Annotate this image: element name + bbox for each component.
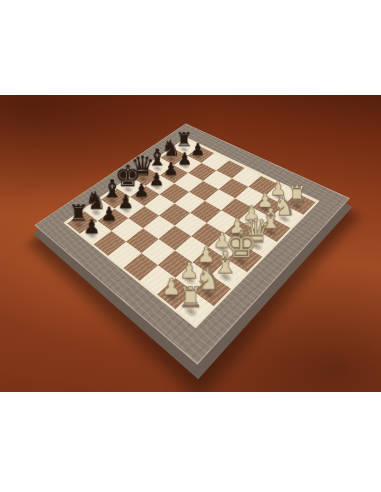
piece-shadow [71,219,87,231]
piece-shadow [181,303,201,321]
chess-board: ♜♟♟♜♞♟♟♞♝♟♟♝♛♟♟♛♚♟♟♚♝♟♟♝♞♟♟♞♜♟♟♜ [34,124,349,365]
square-g8: ♞ [85,200,115,221]
table-surface: ♜♟♟♜♞♟♟♞♝♟♟♝♛♟♟♛♚♟♟♚♝♟♟♝♞♟♟♞♜♟♟♜ [0,95,381,392]
square-a2: ♟ [266,184,297,205]
piece-white-pawn-a2: ♟ [261,163,295,197]
square-c1: ♝ [257,218,290,242]
piece-shadow [118,204,134,215]
letterbox-bottom [0,392,381,492]
letterbox-top [0,0,381,95]
piece-shadow [84,229,100,241]
square-d2: ♟ [224,220,257,245]
piece-shadow [150,182,165,192]
product-photo: ♜♟♟♜♞♟♟♞♝♟♟♝♛♟♟♛♚♟♟♚♝♟♟♝♞♟♟♞♜♟♟♜ [0,0,381,492]
piece-shadow [162,288,182,304]
board-frame: ♜♟♟♜♞♟♟♞♝♟♟♝♛♟♟♛♚♟♟♚♝♟♟♝♞♟♟♞♜♟♟♜ [34,124,349,365]
piece-shadow [102,216,118,228]
piece-shadow [229,229,247,242]
